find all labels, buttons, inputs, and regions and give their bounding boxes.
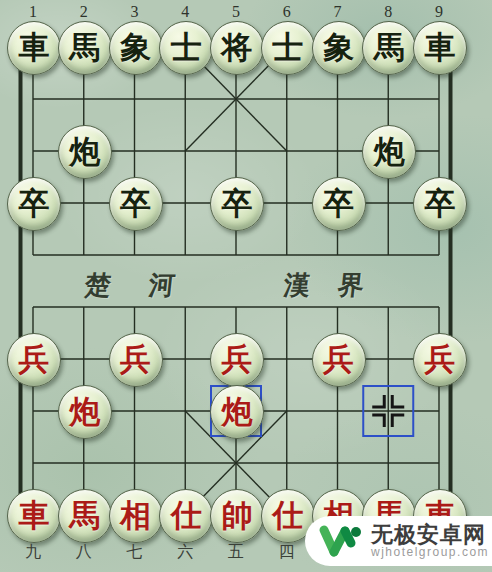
piece-glyph: 馬 — [374, 32, 405, 63]
black-piece-卒[interactable]: 卒 — [109, 177, 163, 231]
black-piece-象[interactable]: 象 — [109, 21, 163, 75]
black-piece-将[interactable]: 将 — [210, 21, 264, 75]
piece-glyph: 馬 — [69, 32, 100, 63]
piece-glyph: 兵 — [222, 344, 253, 375]
red-piece-兵[interactable]: 兵 — [413, 333, 467, 387]
piece-glyph: 炮 — [69, 136, 100, 167]
piece-glyph: 仕 — [272, 500, 303, 531]
watermark-url: wjhotelgroup.com — [371, 546, 489, 559]
red-piece-馬[interactable]: 馬 — [58, 489, 112, 543]
xiangqi-board-screen: 123456789 楚河漢界 車馬象士将士象馬車炮炮卒卒卒卒卒兵兵兵兵兵炮炮車馬… — [0, 0, 492, 572]
black-piece-炮[interactable]: 炮 — [362, 125, 416, 179]
red-piece-兵[interactable]: 兵 — [109, 333, 163, 387]
piece-glyph: 卒 — [19, 188, 50, 219]
piece-glyph: 炮 — [374, 136, 405, 167]
watermark-badge: 无极安卓网 wjhotelgroup.com — [305, 516, 492, 566]
piece-glyph: 卒 — [323, 188, 354, 219]
piece-glyph: 象 — [120, 32, 151, 63]
piece-glyph: 兵 — [19, 344, 50, 375]
black-piece-馬[interactable]: 馬 — [362, 21, 416, 75]
black-piece-卒[interactable]: 卒 — [210, 177, 264, 231]
piece-glyph: 将 — [222, 32, 253, 63]
file-label-top-9: 9 — [424, 3, 454, 21]
red-piece-兵[interactable]: 兵 — [312, 333, 366, 387]
file-label-top-2: 2 — [69, 3, 99, 21]
file-label-top-4: 4 — [170, 3, 200, 21]
piece-glyph: 炮 — [69, 396, 100, 427]
file-label-top-1: 1 — [18, 3, 48, 21]
origin-crosshair-icon — [372, 395, 384, 407]
black-piece-士[interactable]: 士 — [261, 21, 315, 75]
origin-crosshair-icon — [392, 415, 404, 427]
piece-glyph: 兵 — [323, 344, 354, 375]
red-piece-兵[interactable]: 兵 — [7, 333, 61, 387]
red-piece-帥[interactable]: 帥 — [210, 489, 264, 543]
file-label-bottom-3: 七 — [120, 542, 150, 563]
file-label-top-7: 7 — [323, 3, 353, 21]
river-char: 河 — [143, 268, 181, 303]
file-label-top-5: 5 — [221, 3, 251, 21]
piece-glyph: 卒 — [425, 188, 456, 219]
red-piece-仕[interactable]: 仕 — [159, 489, 213, 543]
river-char: 界 — [332, 268, 370, 303]
piece-glyph: 車 — [425, 32, 456, 63]
piece-glyph: 相 — [120, 500, 151, 531]
river-char: 楚 — [79, 268, 117, 303]
black-piece-卒[interactable]: 卒 — [312, 177, 366, 231]
red-piece-車[interactable]: 車 — [7, 489, 61, 543]
file-label-top-3: 3 — [120, 3, 150, 21]
red-piece-炮[interactable]: 炮 — [58, 385, 112, 439]
piece-glyph: 士 — [272, 32, 303, 63]
piece-glyph: 炮 — [222, 396, 253, 427]
red-piece-相[interactable]: 相 — [109, 489, 163, 543]
file-label-bottom-6: 四 — [272, 542, 302, 563]
black-piece-車[interactable]: 車 — [7, 21, 61, 75]
watermark-logo-icon — [318, 522, 362, 560]
piece-glyph: 車 — [19, 32, 50, 63]
file-label-bottom-2: 八 — [69, 542, 99, 563]
piece-glyph: 車 — [19, 500, 50, 531]
black-piece-卒[interactable]: 卒 — [7, 177, 61, 231]
file-label-bottom-5: 五 — [221, 542, 251, 563]
file-label-bottom-1: 九 — [18, 542, 48, 563]
board-grid — [0, 0, 492, 572]
piece-glyph: 馬 — [69, 500, 100, 531]
file-label-bottom-4: 六 — [170, 542, 200, 563]
black-piece-象[interactable]: 象 — [312, 21, 366, 75]
red-piece-兵[interactable]: 兵 — [210, 333, 264, 387]
piece-glyph: 兵 — [425, 344, 456, 375]
file-label-top-8: 8 — [373, 3, 403, 21]
origin-crosshair-icon — [372, 415, 384, 427]
watermark-title: 无极安卓网 — [371, 523, 489, 546]
piece-glyph: 卒 — [120, 188, 151, 219]
origin-crosshair-icon — [392, 395, 404, 407]
black-piece-士[interactable]: 士 — [159, 21, 213, 75]
piece-glyph: 仕 — [171, 500, 202, 531]
black-piece-卒[interactable]: 卒 — [413, 177, 467, 231]
black-piece-炮[interactable]: 炮 — [58, 125, 112, 179]
piece-glyph: 卒 — [222, 188, 253, 219]
black-piece-馬[interactable]: 馬 — [58, 21, 112, 75]
red-piece-炮[interactable]: 炮 — [210, 385, 264, 439]
river-char: 漢 — [278, 268, 316, 303]
piece-glyph: 帥 — [222, 500, 253, 531]
piece-glyph: 兵 — [120, 344, 151, 375]
file-label-top-6: 6 — [272, 3, 302, 21]
piece-glyph: 士 — [171, 32, 202, 63]
piece-glyph: 象 — [323, 32, 354, 63]
black-piece-車[interactable]: 車 — [413, 21, 467, 75]
